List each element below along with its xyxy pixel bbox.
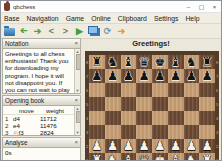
square-h6[interactable] bbox=[199, 83, 215, 97]
opening-book-header-row: move weight bbox=[3, 106, 80, 115]
square-e4[interactable] bbox=[152, 111, 168, 125]
black-queen[interactable]: ♛ bbox=[139, 55, 150, 69]
white-knight[interactable]: ♞ bbox=[186, 153, 197, 161]
opening-book-body: move weight 1d4117122e4114763♘f328244c42… bbox=[3, 106, 80, 135]
chess-board[interactable]: ♜♞♝♛♚♝♞♜♟♟♟♟♟♟♟♟♟♟♟♟♟♟♟♟♜♞♝♛♚♝♞♜ bbox=[89, 55, 215, 161]
black-knight[interactable]: ♞ bbox=[107, 55, 118, 69]
square-e3[interactable] bbox=[152, 125, 168, 139]
analyse-output: 0s bbox=[3, 148, 80, 161]
rank-label: 8 bbox=[215, 55, 219, 69]
square-b4[interactable] bbox=[105, 111, 121, 125]
back-arrow-icon[interactable]: ➔ bbox=[17, 25, 30, 37]
square-b2[interactable]: ♟ bbox=[105, 139, 121, 153]
board-caption: Greetings! bbox=[81, 38, 221, 48]
close-button[interactable]: × bbox=[208, 1, 221, 12]
square-f8[interactable]: ♝ bbox=[168, 55, 184, 69]
menu-navigation[interactable]: Navigation bbox=[27, 15, 59, 22]
black-bishop[interactable]: ♝ bbox=[170, 55, 181, 69]
square-b5[interactable] bbox=[105, 97, 121, 111]
square-g4[interactable] bbox=[184, 111, 200, 125]
white-pawn[interactable]: ♟ bbox=[123, 139, 134, 153]
square-c2[interactable]: ♟ bbox=[121, 139, 137, 153]
notation-panel: Notation × Greetings to all chess enthus… bbox=[2, 38, 81, 94]
square-b3[interactable] bbox=[105, 125, 121, 139]
notation-scrollbar[interactable]: ▲ ▼ bbox=[74, 49, 80, 93]
menu-base[interactable]: Base bbox=[4, 15, 20, 22]
rank-label: 1 bbox=[215, 153, 219, 161]
app-window: qbchess – ▢ × BaseNavigationGameOnlineCl… bbox=[0, 0, 222, 161]
square-d3[interactable] bbox=[136, 125, 152, 139]
square-c1[interactable]: ♝ bbox=[121, 153, 137, 161]
square-a5[interactable] bbox=[89, 97, 105, 111]
maximize-button[interactable]: ▢ bbox=[195, 1, 208, 12]
left-dock: Notation × Greetings to all chess enthus… bbox=[2, 38, 81, 160]
online-board-icon[interactable] bbox=[87, 25, 100, 37]
square-h5[interactable] bbox=[199, 97, 215, 111]
square-e5[interactable] bbox=[152, 97, 168, 111]
rank-label: 3 bbox=[215, 125, 219, 139]
square-d2[interactable]: ♟ bbox=[136, 139, 152, 153]
square-b1[interactable]: ♞ bbox=[105, 153, 121, 161]
white-pawn[interactable]: ♟ bbox=[91, 139, 102, 153]
rank-label: 4 bbox=[215, 111, 219, 125]
white-pawn[interactable]: ♟ bbox=[107, 139, 118, 153]
rank-label: 7 bbox=[215, 69, 219, 83]
square-a1[interactable]: ♜ bbox=[89, 153, 105, 161]
prev-move-icon[interactable]: < bbox=[45, 25, 58, 37]
minimize-button[interactable]: – bbox=[182, 1, 195, 12]
square-h8[interactable]: ♜ bbox=[199, 55, 215, 69]
analyse-panel: Analyse × 0s bbox=[2, 137, 81, 161]
white-pawn[interactable]: ♟ bbox=[139, 139, 150, 153]
black-pawn[interactable]: ♟ bbox=[154, 69, 165, 83]
title-bar: qbchess – ▢ × bbox=[1, 1, 221, 13]
white-pawn[interactable]: ♟ bbox=[202, 139, 213, 153]
rank-label: 5 bbox=[215, 97, 219, 111]
square-e2[interactable]: ♟ bbox=[152, 139, 168, 153]
analyse-panel-title: Analyse bbox=[5, 139, 27, 146]
black-rook[interactable]: ♜ bbox=[91, 55, 102, 69]
black-king[interactable]: ♚ bbox=[154, 55, 165, 69]
open-folder-icon[interactable] bbox=[3, 25, 16, 37]
scroll-down-icon[interactable]: ▼ bbox=[75, 130, 80, 135]
black-pawn[interactable]: ♟ bbox=[139, 69, 150, 83]
white-pawn[interactable]: ♟ bbox=[186, 139, 197, 153]
rank-label: 6 bbox=[215, 83, 219, 97]
refresh-icon[interactable]: ⟳ bbox=[101, 25, 114, 37]
play-icon[interactable]: ▶ bbox=[73, 25, 86, 37]
menu-game[interactable]: Game bbox=[66, 15, 85, 22]
black-pawn[interactable]: ♟ bbox=[170, 69, 181, 83]
square-g6[interactable] bbox=[184, 83, 200, 97]
opening-book-panel-title: Opening book bbox=[5, 97, 44, 104]
content: Notation × Greetings to all chess enthus… bbox=[1, 38, 221, 160]
menu-help[interactable]: Help bbox=[185, 15, 199, 22]
white-bishop[interactable]: ♝ bbox=[170, 153, 181, 161]
notation-panel-title: Notation bbox=[5, 40, 28, 47]
square-g2[interactable]: ♟ bbox=[184, 139, 200, 153]
square-a4[interactable] bbox=[89, 111, 105, 125]
menu-bar: BaseNavigationGameOnlineClipboardSetting… bbox=[1, 13, 221, 24]
square-h3[interactable] bbox=[199, 125, 215, 139]
square-f3[interactable] bbox=[168, 125, 184, 139]
square-c6[interactable] bbox=[121, 83, 137, 97]
square-g5[interactable] bbox=[184, 97, 200, 111]
white-knight[interactable]: ♞ bbox=[107, 153, 118, 161]
notation-body[interactable]: Greetings to all chess enthusiasts! Than… bbox=[3, 49, 80, 93]
opening-book-row[interactable]: 1d411712 bbox=[3, 115, 80, 122]
square-c7[interactable]: ♟ bbox=[121, 69, 137, 83]
square-c5[interactable] bbox=[121, 97, 137, 111]
opening-book-panel: Opening book × move weight 1d4117122e411… bbox=[2, 95, 81, 136]
square-c3[interactable] bbox=[121, 125, 137, 139]
square-f4[interactable] bbox=[168, 111, 184, 125]
menu-online[interactable]: Online bbox=[91, 15, 111, 22]
square-f6[interactable] bbox=[168, 83, 184, 97]
next-move-icon[interactable]: > bbox=[59, 25, 72, 37]
square-e8[interactable]: ♚ bbox=[152, 55, 168, 69]
square-a6[interactable] bbox=[89, 83, 105, 97]
opening-book-row[interactable]: 2e411476 bbox=[3, 122, 80, 129]
square-c4[interactable] bbox=[121, 111, 137, 125]
black-pawn[interactable]: ♟ bbox=[123, 69, 134, 83]
opening-book-table: move weight 1d4117122e4114763♘f328244c42… bbox=[3, 106, 80, 135]
square-a2[interactable]: ♟ bbox=[89, 139, 105, 153]
square-a3[interactable] bbox=[89, 125, 105, 139]
close-icon[interactable]: × bbox=[74, 96, 78, 105]
black-bishop[interactable]: ♝ bbox=[123, 55, 134, 69]
app-icon bbox=[4, 3, 10, 11]
window-title: qbchess bbox=[13, 4, 35, 10]
toolbar: ➔➔<>▶⟳➔ bbox=[1, 24, 221, 39]
menu-clipboard[interactable]: Clipboard bbox=[118, 15, 147, 22]
square-d4[interactable] bbox=[136, 111, 152, 125]
black-pawn[interactable]: ♟ bbox=[186, 69, 197, 83]
square-a8[interactable]: ♜ bbox=[89, 55, 105, 69]
white-pawn[interactable]: ♟ bbox=[170, 139, 181, 153]
square-d1[interactable]: ♛ bbox=[136, 153, 152, 161]
square-f1[interactable]: ♝ bbox=[168, 153, 184, 161]
opening-book-panel-header[interactable]: Opening book × bbox=[3, 96, 80, 106]
square-d6[interactable] bbox=[136, 83, 152, 97]
window-controls: – ▢ × bbox=[182, 1, 221, 12]
black-rook[interactable]: ♜ bbox=[202, 55, 213, 69]
square-h1[interactable]: ♜ bbox=[199, 153, 215, 161]
square-g7[interactable]: ♟ bbox=[184, 69, 200, 83]
square-b8[interactable]: ♞ bbox=[105, 55, 121, 69]
white-bishop[interactable]: ♝ bbox=[123, 153, 134, 161]
square-c8[interactable]: ♝ bbox=[121, 55, 137, 69]
board-area: Greetings! 87654321 87654321 ♜♞♝♛♚♝♞♜♟♟♟… bbox=[81, 38, 221, 160]
white-queen[interactable]: ♛ bbox=[139, 153, 150, 161]
white-king[interactable]: ♚ bbox=[154, 153, 165, 161]
engine-move-icon[interactable]: ➔ bbox=[115, 25, 128, 37]
board-frame: 87654321 87654321 ♜♞♝♛♚♝♞♜♟♟♟♟♟♟♟♟♟♟♟♟♟♟… bbox=[85, 51, 219, 161]
square-g3[interactable] bbox=[184, 125, 200, 139]
black-pawn[interactable]: ♟ bbox=[202, 69, 213, 83]
close-icon[interactable]: × bbox=[74, 39, 78, 48]
scroll-down-icon[interactable]: ▼ bbox=[75, 88, 80, 93]
forward-arrow-icon[interactable]: ➔ bbox=[31, 25, 44, 37]
analyse-panel-header[interactable]: Analyse × bbox=[3, 138, 80, 148]
square-f2[interactable]: ♟ bbox=[168, 139, 184, 153]
square-g1[interactable]: ♞ bbox=[184, 153, 200, 161]
square-a7[interactable]: ♟ bbox=[89, 69, 105, 83]
square-h7[interactable]: ♟ bbox=[199, 69, 215, 83]
notation-panel-header[interactable]: Notation × bbox=[3, 39, 80, 49]
weight-column-header[interactable]: weight bbox=[40, 107, 70, 114]
opening-book-scrollbar[interactable]: ▲ ▼ bbox=[74, 106, 80, 135]
square-d8[interactable]: ♛ bbox=[136, 55, 152, 69]
black-knight[interactable]: ♞ bbox=[186, 55, 197, 69]
square-e7[interactable]: ♟ bbox=[152, 69, 168, 83]
square-d5[interactable] bbox=[136, 97, 152, 111]
white-rook[interactable]: ♜ bbox=[91, 153, 102, 161]
black-pawn[interactable]: ♟ bbox=[91, 69, 102, 83]
square-g8[interactable]: ♞ bbox=[184, 55, 200, 69]
notation-text: Greetings to all chess enthusiasts! Than… bbox=[3, 49, 80, 93]
rank-label: 2 bbox=[215, 139, 219, 153]
square-h2[interactable]: ♟ bbox=[199, 139, 215, 153]
scroll-thumb[interactable] bbox=[76, 54, 81, 70]
menu-settings[interactable]: Settings bbox=[154, 15, 179, 22]
rank-labels-right: 87654321 bbox=[215, 55, 219, 161]
close-icon[interactable]: × bbox=[74, 138, 78, 147]
square-b7[interactable]: ♟ bbox=[105, 69, 121, 83]
opening-book-row[interactable]: 3♘f32824 bbox=[3, 129, 80, 135]
square-b6[interactable] bbox=[105, 83, 121, 97]
move-column-header[interactable]: move bbox=[13, 107, 40, 114]
square-h4[interactable] bbox=[199, 111, 215, 125]
white-rook[interactable]: ♜ bbox=[202, 153, 213, 161]
square-e1[interactable]: ♚ bbox=[152, 153, 168, 161]
square-d7[interactable]: ♟ bbox=[136, 69, 152, 83]
square-f5[interactable] bbox=[168, 97, 184, 111]
black-pawn[interactable]: ♟ bbox=[107, 69, 118, 83]
white-pawn[interactable]: ♟ bbox=[154, 139, 165, 153]
scroll-thumb[interactable] bbox=[76, 111, 81, 123]
square-f7[interactable]: ♟ bbox=[168, 69, 184, 83]
square-e6[interactable] bbox=[152, 83, 168, 97]
